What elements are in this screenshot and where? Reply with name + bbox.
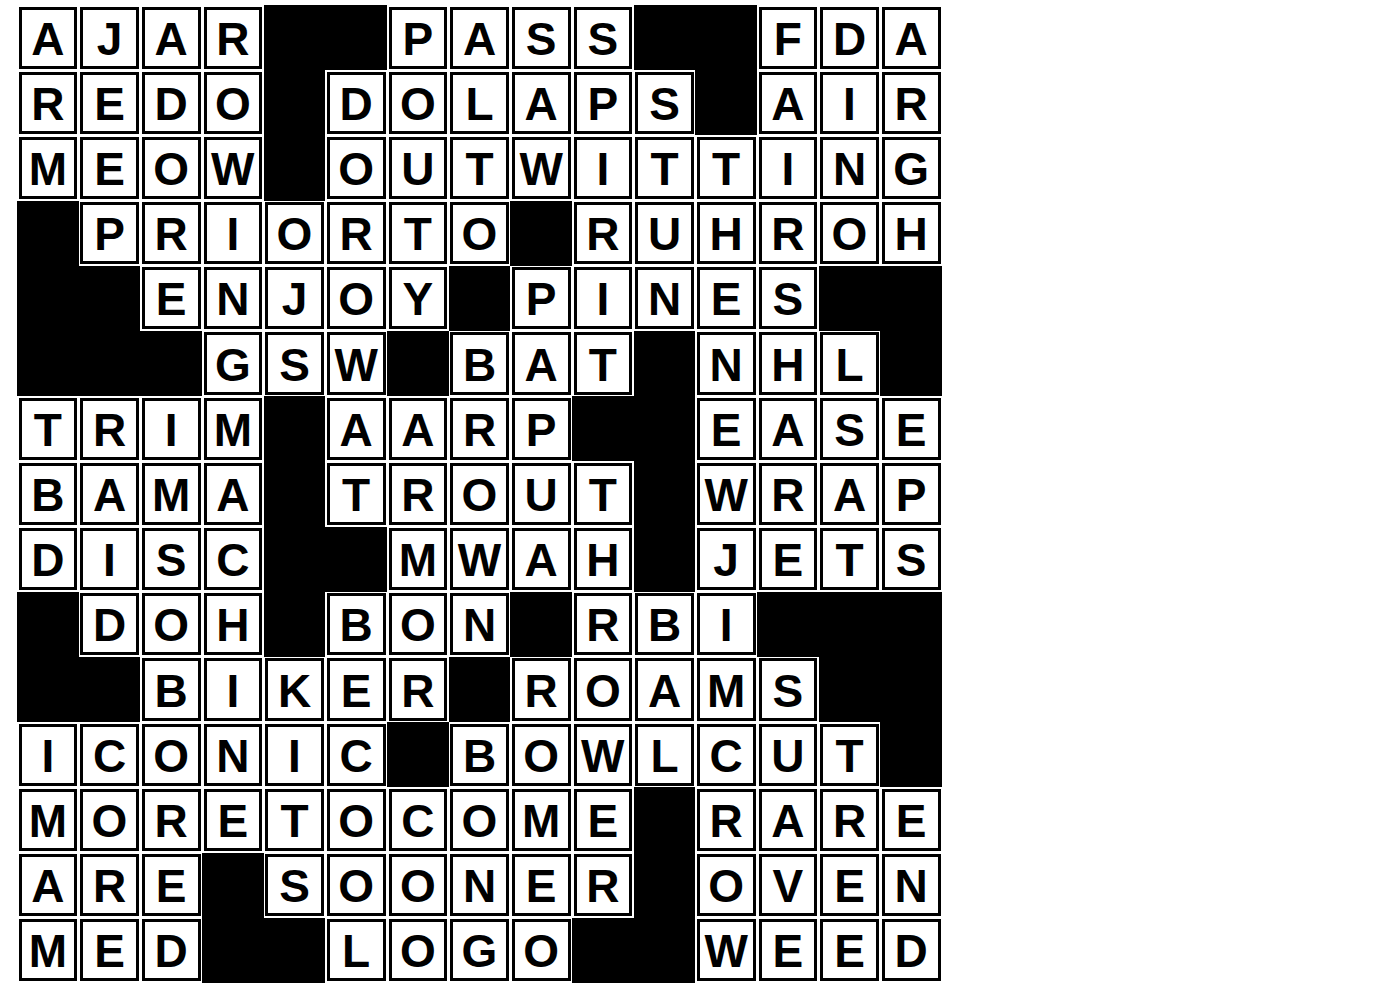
cell-box: I: [574, 137, 633, 199]
cell-box: A: [759, 398, 818, 460]
cell-box: I: [80, 528, 139, 590]
cell-r8c3[interactable]: M: [140, 461, 202, 526]
cell-letter: O: [215, 81, 251, 127]
cell-r13c4[interactable]: E: [202, 787, 264, 852]
cell-r13c14[interactable]: R: [819, 787, 881, 852]
cell-r7c14[interactable]: S: [819, 396, 881, 461]
cell-letter: K: [278, 668, 311, 714]
cell-r4c3[interactable]: R: [140, 201, 202, 266]
cell-letter: O: [523, 733, 559, 779]
cell-r8c4[interactable]: A: [202, 461, 264, 526]
cell-r3c8[interactable]: T: [449, 135, 511, 200]
cell-r8c8[interactable]: O: [449, 461, 511, 526]
cell-r11c5[interactable]: K: [264, 657, 326, 722]
cell-r12c9[interactable]: O: [510, 722, 572, 787]
cell-r10c6[interactable]: B: [325, 592, 387, 657]
cell-letter: O: [338, 863, 374, 909]
cell-letter: J: [97, 16, 123, 62]
cell-r11c11[interactable]: A: [634, 657, 696, 722]
cell-r12c3[interactable]: O: [140, 722, 202, 787]
cell-r11c12[interactable]: M: [695, 657, 757, 722]
cell-box: R: [574, 854, 633, 916]
cell-r6c10[interactable]: T: [572, 331, 634, 396]
cell-box: U: [635, 202, 694, 264]
cell-r15c12[interactable]: W: [695, 918, 757, 983]
cell-r13c9[interactable]: M: [510, 787, 572, 852]
cell-r14c5[interactable]: S: [264, 853, 326, 918]
cell-r3c3[interactable]: O: [140, 135, 202, 200]
cell-r3c10[interactable]: I: [572, 135, 634, 200]
cell-letter: I: [103, 537, 116, 583]
cell-box: S: [759, 267, 818, 329]
cell-letter: T: [835, 537, 863, 583]
cell-letter: T: [712, 146, 740, 192]
cell-letter: R: [833, 798, 866, 844]
cell-r15c3[interactable]: D: [140, 918, 202, 983]
cell-r11c9[interactable]: R: [510, 657, 572, 722]
cell-r5c12[interactable]: E: [695, 266, 757, 331]
cell-letter: P: [587, 81, 618, 127]
cell-letter: O: [153, 733, 189, 779]
cell-letter: A: [525, 342, 558, 388]
cell-r8c2[interactable]: A: [79, 461, 141, 526]
cell-box: S: [820, 398, 879, 460]
cell-r9c11: [634, 527, 696, 592]
cell-r8c10[interactable]: T: [572, 461, 634, 526]
cell-r8c6[interactable]: T: [325, 461, 387, 526]
cell-r9c3[interactable]: S: [140, 527, 202, 592]
cell-r7c13[interactable]: A: [757, 396, 819, 461]
cell-r5c10[interactable]: I: [572, 266, 634, 331]
cell-r11c13[interactable]: S: [757, 657, 819, 722]
cell-letter: T: [589, 342, 617, 388]
cell-letter: G: [462, 928, 498, 974]
cell-letter: P: [526, 407, 557, 453]
cell-letter: L: [650, 733, 678, 779]
cell-letter: P: [526, 276, 557, 322]
cell-r9c14[interactable]: T: [819, 527, 881, 592]
cell-r10c3[interactable]: O: [140, 592, 202, 657]
cell-box: C: [697, 724, 756, 786]
cell-letter: P: [402, 16, 433, 62]
cell-r7c3[interactable]: I: [140, 396, 202, 461]
cell-r12c2[interactable]: C: [79, 722, 141, 787]
cell-letter: E: [526, 863, 557, 909]
cell-box: R: [574, 593, 633, 655]
cell-r15c14[interactable]: E: [819, 918, 881, 983]
cell-r9c2[interactable]: I: [79, 527, 141, 592]
cell-box: Y: [389, 267, 448, 329]
cell-r8c12[interactable]: W: [695, 461, 757, 526]
cell-r3c13[interactable]: I: [757, 135, 819, 200]
cell-r14c9[interactable]: E: [510, 853, 572, 918]
cell-r5c3[interactable]: E: [140, 266, 202, 331]
cell-r2c7[interactable]: O: [387, 70, 449, 135]
cell-letter: E: [94, 928, 125, 974]
cell-r5c4[interactable]: N: [202, 266, 264, 331]
cell-r13c13[interactable]: A: [757, 787, 819, 852]
cell-r15c9[interactable]: O: [510, 918, 572, 983]
cell-r15c7[interactable]: O: [387, 918, 449, 983]
cell-box: O: [327, 789, 386, 851]
cell-r10c2[interactable]: D: [79, 592, 141, 657]
cell-letter: T: [650, 146, 678, 192]
cell-r7c8[interactable]: R: [449, 396, 511, 461]
cell-letter: A: [401, 407, 434, 453]
cell-r5c13[interactable]: S: [757, 266, 819, 331]
cell-letter: A: [463, 16, 496, 62]
cell-letter: T: [342, 472, 370, 518]
cell-letter: M: [522, 798, 560, 844]
cell-r1c4[interactable]: R: [202, 5, 264, 70]
cell-letter: H: [895, 211, 928, 257]
cell-box: B: [19, 463, 78, 525]
cell-r7c12[interactable]: E: [695, 396, 757, 461]
cell-r12c10[interactable]: W: [572, 722, 634, 787]
cell-r2c9[interactable]: A: [510, 70, 572, 135]
cell-r9c1[interactable]: D: [17, 527, 79, 592]
cell-box: N: [450, 593, 509, 655]
cell-r1c14[interactable]: D: [819, 5, 881, 70]
cell-letter: E: [156, 276, 187, 322]
cell-letter: N: [463, 602, 496, 648]
cell-box: E: [759, 919, 818, 981]
cell-r12c14[interactable]: T: [819, 722, 881, 787]
cell-r2c13[interactable]: A: [757, 70, 819, 135]
cell-r13c1[interactable]: M: [17, 787, 79, 852]
cell-r1c13[interactable]: F: [757, 5, 819, 70]
cell-r12c8[interactable]: B: [449, 722, 511, 787]
cell-r11c15: [880, 657, 942, 722]
cell-letter: R: [586, 863, 619, 909]
cell-letter: M: [29, 928, 67, 974]
cell-letter: P: [896, 472, 927, 518]
cell-r13c2[interactable]: O: [79, 787, 141, 852]
cell-letter: A: [895, 16, 928, 62]
cell-r13c5[interactable]: T: [264, 787, 326, 852]
cell-r4c2[interactable]: P: [79, 201, 141, 266]
cell-r11c6[interactable]: E: [325, 657, 387, 722]
cell-letter: E: [587, 798, 618, 844]
cell-r1c3[interactable]: A: [140, 5, 202, 70]
cell-r11c4[interactable]: I: [202, 657, 264, 722]
cell-box: B: [142, 658, 201, 720]
cell-letter: R: [216, 16, 249, 62]
cell-letter: W: [519, 146, 562, 192]
cell-box: S: [142, 528, 201, 590]
cell-r4c14[interactable]: O: [819, 201, 881, 266]
cell-r10c8[interactable]: N: [449, 592, 511, 657]
cell-r7c15[interactable]: E: [880, 396, 942, 461]
cell-box: T: [389, 202, 448, 264]
cell-box: P: [389, 7, 448, 69]
cell-box: T: [327, 463, 386, 525]
cell-r14c7[interactable]: O: [387, 853, 449, 918]
cell-r14c12[interactable]: O: [695, 853, 757, 918]
cell-r3c1[interactable]: M: [17, 135, 79, 200]
cell-r1c15[interactable]: A: [880, 5, 942, 70]
cell-r2c3[interactable]: D: [140, 70, 202, 135]
cell-r12c5[interactable]: I: [264, 722, 326, 787]
cell-r6c9[interactable]: A: [510, 331, 572, 396]
cell-r4c13[interactable]: R: [757, 201, 819, 266]
cell-r13c10[interactable]: E: [572, 787, 634, 852]
cell-letter: N: [710, 342, 743, 388]
cell-r6c5[interactable]: S: [264, 331, 326, 396]
cell-r9c13[interactable]: E: [757, 527, 819, 592]
cell-r9c9[interactable]: A: [510, 527, 572, 592]
cell-box: E: [697, 398, 756, 460]
cell-r9c12[interactable]: J: [695, 527, 757, 592]
cell-box: A: [327, 398, 386, 460]
cell-r14c14[interactable]: E: [819, 853, 881, 918]
cell-r9c7[interactable]: M: [387, 527, 449, 592]
cell-r15c10: [572, 918, 634, 983]
cell-r1c9[interactable]: S: [510, 5, 572, 70]
cell-box: S: [265, 854, 324, 916]
cell-letter: V: [772, 863, 803, 909]
cell-r4c12[interactable]: H: [695, 201, 757, 266]
cell-r12c11[interactable]: L: [634, 722, 696, 787]
cell-r12c7: [387, 722, 449, 787]
cell-r10c11[interactable]: B: [634, 592, 696, 657]
cell-r11c7[interactable]: R: [387, 657, 449, 722]
cell-r7c2[interactable]: R: [79, 396, 141, 461]
cell-r3c9[interactable]: W: [510, 135, 572, 200]
cell-r13c8[interactable]: O: [449, 787, 511, 852]
cell-r1c8[interactable]: A: [449, 5, 511, 70]
cell-r4c4[interactable]: I: [202, 201, 264, 266]
cell-letter: U: [771, 733, 804, 779]
cell-r2c8[interactable]: L: [449, 70, 511, 135]
cell-r9c4[interactable]: C: [202, 527, 264, 592]
cell-r13c6[interactable]: O: [325, 787, 387, 852]
cell-r11c3[interactable]: B: [140, 657, 202, 722]
cell-letter: R: [710, 798, 743, 844]
cell-r2c4[interactable]: O: [202, 70, 264, 135]
cell-letter: O: [585, 668, 621, 714]
cell-r15c4: [202, 918, 264, 983]
cell-r6c8[interactable]: B: [449, 331, 511, 396]
cell-letter: U: [401, 146, 434, 192]
cell-letter: O: [708, 863, 744, 909]
cell-r10c4[interactable]: H: [202, 592, 264, 657]
cell-r12c15: [880, 722, 942, 787]
cell-letter: O: [153, 602, 189, 648]
cell-r7c9[interactable]: P: [510, 396, 572, 461]
cell-box: F: [759, 7, 818, 69]
cell-box: L: [327, 919, 386, 981]
cell-letter: E: [341, 668, 372, 714]
cell-r13c15[interactable]: E: [880, 787, 942, 852]
cell-letter: A: [340, 407, 373, 453]
cell-r15c8[interactable]: G: [449, 918, 511, 983]
cell-letter: R: [155, 798, 188, 844]
cell-r5c9[interactable]: P: [510, 266, 572, 331]
cell-letter: A: [771, 81, 804, 127]
cell-box: K: [265, 658, 324, 720]
cell-r12c12[interactable]: C: [695, 722, 757, 787]
cell-r7c4[interactable]: M: [202, 396, 264, 461]
cell-box: R: [142, 202, 201, 264]
cell-r4c6[interactable]: R: [325, 201, 387, 266]
cell-r11c10[interactable]: O: [572, 657, 634, 722]
cell-r15c6[interactable]: L: [325, 918, 387, 983]
cell-r3c12[interactable]: T: [695, 135, 757, 200]
cell-r9c15[interactable]: S: [880, 527, 942, 592]
cell-r15c2[interactable]: E: [79, 918, 141, 983]
cell-box: O: [389, 593, 448, 655]
cell-r14c8[interactable]: N: [449, 853, 511, 918]
cell-r2c2[interactable]: E: [79, 70, 141, 135]
cell-r5c7[interactable]: Y: [387, 266, 449, 331]
cell-r8c15[interactable]: P: [880, 461, 942, 526]
cell-r6c4[interactable]: G: [202, 331, 264, 396]
cell-r14c15[interactable]: N: [880, 853, 942, 918]
cell-r2c10[interactable]: P: [572, 70, 634, 135]
cell-r2c11[interactable]: S: [634, 70, 696, 135]
cell-r12c6[interactable]: C: [325, 722, 387, 787]
cell-r14c6[interactable]: O: [325, 853, 387, 918]
cell-r4c7[interactable]: T: [387, 201, 449, 266]
cell-r2c15[interactable]: R: [880, 70, 942, 135]
cell-letter: G: [893, 146, 929, 192]
cell-r3c4[interactable]: W: [202, 135, 264, 200]
cell-letter: S: [834, 407, 865, 453]
cell-r12c4[interactable]: N: [202, 722, 264, 787]
cell-r8c14[interactable]: A: [819, 461, 881, 526]
cell-r9c10[interactable]: H: [572, 527, 634, 592]
cell-letter: E: [217, 798, 248, 844]
cell-r15c15[interactable]: D: [880, 918, 942, 983]
cell-r14c1[interactable]: A: [17, 853, 79, 918]
cell-r10c10[interactable]: R: [572, 592, 634, 657]
cell-r2c14[interactable]: I: [819, 70, 881, 135]
cell-r8c7[interactable]: R: [387, 461, 449, 526]
cell-r15c1[interactable]: M: [17, 918, 79, 983]
cell-r5c5[interactable]: J: [264, 266, 326, 331]
cell-box: R: [142, 789, 201, 851]
cell-r8c13[interactable]: R: [757, 461, 819, 526]
cell-box: S: [574, 7, 633, 69]
cell-r13c7[interactable]: C: [387, 787, 449, 852]
cell-r13c3[interactable]: R: [140, 787, 202, 852]
cell-r5c8: [449, 266, 511, 331]
cell-box: O: [142, 593, 201, 655]
cell-letter: A: [93, 472, 126, 518]
cell-r10c7[interactable]: O: [387, 592, 449, 657]
cell-box: H: [882, 202, 941, 264]
cell-r3c15[interactable]: G: [880, 135, 942, 200]
cell-r4c5[interactable]: O: [264, 201, 326, 266]
cell-r3c7[interactable]: U: [387, 135, 449, 200]
cell-r3c14[interactable]: N: [819, 135, 881, 200]
cell-box: U: [389, 137, 448, 199]
cell-r1c7[interactable]: P: [387, 5, 449, 70]
cell-r6c6[interactable]: W: [325, 331, 387, 396]
cell-letter: R: [771, 472, 804, 518]
cell-r2c1[interactable]: R: [17, 70, 79, 135]
cell-letter: T: [404, 211, 432, 257]
cell-box: A: [759, 72, 818, 134]
cell-r5c6[interactable]: O: [325, 266, 387, 331]
cell-r15c13[interactable]: E: [757, 918, 819, 983]
cell-r6c14[interactable]: L: [819, 331, 881, 396]
cell-letter: O: [338, 146, 374, 192]
cell-letter: A: [648, 668, 681, 714]
cell-r14c3[interactable]: E: [140, 853, 202, 918]
cell-letter: M: [29, 146, 67, 192]
cell-r3c6[interactable]: O: [325, 135, 387, 200]
cell-box: P: [512, 398, 571, 460]
cell-r6c13[interactable]: H: [757, 331, 819, 396]
cell-r14c10[interactable]: R: [572, 853, 634, 918]
cell-letter: T: [835, 733, 863, 779]
cell-r4c10[interactable]: R: [572, 201, 634, 266]
cell-r3c2[interactable]: E: [79, 135, 141, 200]
cell-letter: R: [771, 211, 804, 257]
cell-box: O: [389, 854, 448, 916]
cell-letter: E: [834, 863, 865, 909]
cell-r4c11[interactable]: U: [634, 201, 696, 266]
cell-r6c11: [634, 331, 696, 396]
cell-r4c15[interactable]: H: [880, 201, 942, 266]
cell-r14c13[interactable]: V: [757, 853, 819, 918]
cell-r3c11[interactable]: T: [634, 135, 696, 200]
cell-letter: W: [581, 733, 624, 779]
cell-box: N: [450, 854, 509, 916]
cell-r1c2[interactable]: J: [79, 5, 141, 70]
cell-r5c11[interactable]: N: [634, 266, 696, 331]
cell-r4c1: [17, 201, 79, 266]
cell-letter: R: [401, 472, 434, 518]
cell-box: O: [327, 854, 386, 916]
cell-r10c12[interactable]: I: [695, 592, 757, 657]
cell-box: T: [265, 789, 324, 851]
cell-r5c1: [17, 266, 79, 331]
cell-box: O: [327, 137, 386, 199]
cell-letter: H: [710, 211, 743, 257]
cell-r12c1[interactable]: I: [17, 722, 79, 787]
cell-r10c1: [17, 592, 79, 657]
cell-box: I: [265, 724, 324, 786]
cell-r14c2[interactable]: R: [79, 853, 141, 918]
cell-r5c15: [880, 266, 942, 331]
cell-r2c6[interactable]: D: [325, 70, 387, 135]
cell-letter: M: [214, 407, 252, 453]
cell-r13c12[interactable]: R: [695, 787, 757, 852]
cell-letter: M: [707, 668, 745, 714]
cell-r6c12[interactable]: N: [695, 331, 757, 396]
cell-letter: B: [340, 602, 373, 648]
cell-r9c8[interactable]: W: [449, 527, 511, 592]
cell-box: S: [512, 7, 571, 69]
cell-r7c6[interactable]: A: [325, 396, 387, 461]
cell-letter: C: [340, 733, 373, 779]
cell-letter: G: [215, 342, 251, 388]
cell-r8c1[interactable]: B: [17, 461, 79, 526]
cell-letter: E: [94, 146, 125, 192]
cell-box: H: [204, 593, 263, 655]
cell-r7c1[interactable]: T: [17, 396, 79, 461]
cell-r4c8[interactable]: O: [449, 201, 511, 266]
cell-r1c1[interactable]: A: [17, 5, 79, 70]
cell-r12c13[interactable]: U: [757, 722, 819, 787]
cell-box: U: [512, 463, 571, 525]
cell-r8c9[interactable]: U: [510, 461, 572, 526]
cell-r1c10[interactable]: S: [572, 5, 634, 70]
cell-r7c7[interactable]: A: [387, 396, 449, 461]
